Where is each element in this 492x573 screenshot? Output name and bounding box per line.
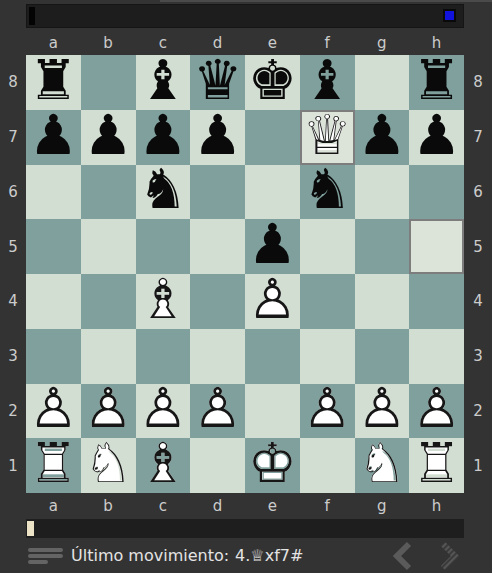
square-b5[interactable] xyxy=(81,219,136,274)
file-label-g: g xyxy=(355,493,410,518)
square-f3[interactable] xyxy=(300,329,355,384)
black-bishop[interactable]: ♝ xyxy=(136,53,191,108)
chevron-left-icon xyxy=(390,541,416,571)
rank-label-8: 8 xyxy=(464,55,492,110)
square-g2[interactable]: ♟♙ xyxy=(355,384,410,439)
rank-label-2: 2 xyxy=(464,384,492,439)
square-f6[interactable]: ♞ xyxy=(300,165,355,220)
square-g7[interactable]: ♟ xyxy=(355,110,410,165)
white-king[interactable]: ♚♔ xyxy=(245,436,300,491)
square-a4[interactable] xyxy=(26,274,81,329)
square-e2[interactable] xyxy=(245,384,300,439)
previous-move-button[interactable] xyxy=(388,541,418,571)
scrollbar-thumb[interactable] xyxy=(29,7,35,25)
rank-label-5: 5 xyxy=(0,219,26,274)
piece-glyph: ♞ xyxy=(300,163,355,218)
square-c5[interactable] xyxy=(136,219,191,274)
piece-outline-glyph: ♕ xyxy=(300,108,355,163)
square-a7[interactable]: ♟ xyxy=(26,110,81,165)
file-label-b: b xyxy=(81,493,136,518)
square-c8[interactable]: ♝ xyxy=(136,55,191,110)
menu-icon[interactable] xyxy=(28,548,64,566)
rank-label-7: 7 xyxy=(464,110,492,165)
square-d5[interactable] xyxy=(190,219,245,274)
rank-label-3: 3 xyxy=(464,329,492,384)
rank-label-4: 4 xyxy=(464,274,492,329)
white-pawn[interactable]: ♟♙ xyxy=(26,382,81,437)
white-queen[interactable]: ♛♕ xyxy=(300,108,355,163)
next-move-button[interactable] xyxy=(434,541,464,571)
square-d7[interactable]: ♟ xyxy=(190,110,245,165)
piece-outline-glyph: ♙ xyxy=(300,382,355,437)
square-b2[interactable]: ♟♙ xyxy=(81,384,136,439)
piece-glyph: ♞ xyxy=(136,163,191,218)
square-g6[interactable] xyxy=(355,165,410,220)
file-label-g: g xyxy=(355,30,410,55)
black-pawn[interactable]: ♟ xyxy=(190,108,245,163)
piece-outline-glyph: ♙ xyxy=(26,382,81,437)
file-label-e: e xyxy=(245,493,300,518)
chess-board[interactable]: ♜♝♛♚♝♜♟♟♟♟♛♕♟♟♞♞♟♝♗♟♙♟♙♟♙♟♙♟♙♟♙♟♙♟♙♜♖♞♘♝… xyxy=(26,55,464,493)
square-f7[interactable]: ♛♕ xyxy=(300,110,355,165)
square-h4[interactable] xyxy=(409,274,464,329)
square-h3[interactable] xyxy=(409,329,464,384)
white-rook[interactable]: ♜♖ xyxy=(409,436,464,491)
black-pawn[interactable]: ♟ xyxy=(26,108,81,163)
black-knight[interactable]: ♞ xyxy=(300,163,355,218)
square-a6[interactable] xyxy=(26,165,81,220)
black-rook[interactable]: ♜ xyxy=(409,53,464,108)
square-b1[interactable]: ♞♘ xyxy=(81,438,136,493)
piece-outline-glyph: ♖ xyxy=(26,436,81,491)
rank-label-8: 8 xyxy=(0,55,26,110)
piece-outline-glyph: ♙ xyxy=(245,272,300,327)
piece-glyph: ♚ xyxy=(245,53,300,108)
rank-label-4: 4 xyxy=(0,274,26,329)
white-bishop[interactable]: ♝♗ xyxy=(136,272,191,327)
square-f5[interactable] xyxy=(300,219,355,274)
white-pawn[interactable]: ♟♙ xyxy=(409,382,464,437)
game-progress-thumb[interactable] xyxy=(27,521,34,536)
piece-outline-glyph: ♗ xyxy=(136,272,191,327)
square-a1[interactable]: ♜♖ xyxy=(26,438,81,493)
piece-outline-glyph: ♙ xyxy=(190,382,245,437)
square-b3[interactable] xyxy=(81,329,136,384)
rank-label-1: 1 xyxy=(0,438,26,493)
square-g1[interactable]: ♞♘ xyxy=(355,438,410,493)
square-c6[interactable]: ♞ xyxy=(136,165,191,220)
piece-glyph: ♟ xyxy=(190,108,245,163)
square-a2[interactable]: ♟♙ xyxy=(26,384,81,439)
black-pawn[interactable]: ♟ xyxy=(136,108,191,163)
square-d4[interactable] xyxy=(190,274,245,329)
square-b4[interactable] xyxy=(81,274,136,329)
square-c2[interactable]: ♟♙ xyxy=(136,384,191,439)
square-f4[interactable] xyxy=(300,274,355,329)
rank-label-1: 1 xyxy=(464,438,492,493)
white-rook[interactable]: ♜♖ xyxy=(26,436,81,491)
square-e7[interactable] xyxy=(245,110,300,165)
piece-glyph: ♜ xyxy=(26,53,81,108)
footer-bar: Último movimiento: 4.♕xf7# xyxy=(0,538,492,573)
square-g4[interactable] xyxy=(355,274,410,329)
black-pawn[interactable]: ♟ xyxy=(355,108,410,163)
rank-label-6: 6 xyxy=(464,165,492,220)
chevron-right-icon xyxy=(436,541,462,571)
rank-label-7: 7 xyxy=(0,110,26,165)
black-pawn[interactable]: ♟ xyxy=(409,108,464,163)
piece-outline-glyph: ♘ xyxy=(81,436,136,491)
square-g5[interactable] xyxy=(355,219,410,274)
move-list-scrollbar[interactable] xyxy=(26,4,464,28)
piece-glyph: ♟ xyxy=(245,217,300,272)
white-pawn[interactable]: ♟♙ xyxy=(300,382,355,437)
square-b8[interactable] xyxy=(81,55,136,110)
piece-outline-glyph: ♙ xyxy=(409,382,464,437)
square-h1[interactable]: ♜♖ xyxy=(409,438,464,493)
rank-label-5: 5 xyxy=(464,219,492,274)
black-pawn[interactable]: ♟ xyxy=(245,217,300,272)
square-e5[interactable]: ♟ xyxy=(245,219,300,274)
file-label-d: d xyxy=(190,493,245,518)
square-a5[interactable] xyxy=(26,219,81,274)
square-h6[interactable] xyxy=(409,165,464,220)
square-e4[interactable]: ♟♙ xyxy=(245,274,300,329)
piece-outline-glyph: ♖ xyxy=(409,436,464,491)
square-h8[interactable]: ♜ xyxy=(409,55,464,110)
piece-glyph: ♜ xyxy=(409,53,464,108)
square-c4[interactable]: ♝♗ xyxy=(136,274,191,329)
square-e6[interactable] xyxy=(245,165,300,220)
piece-glyph: ♟ xyxy=(355,108,410,163)
piece-outline-glyph: ♙ xyxy=(81,382,136,437)
black-queen[interactable]: ♛ xyxy=(190,53,245,108)
black-king[interactable]: ♚ xyxy=(245,53,300,108)
piece-glyph: ♟ xyxy=(26,108,81,163)
piece-glyph: ♝ xyxy=(300,53,355,108)
rank-label-6: 6 xyxy=(0,165,26,220)
square-a3[interactable] xyxy=(26,329,81,384)
square-c7[interactable]: ♟ xyxy=(136,110,191,165)
rank-label-3: 3 xyxy=(0,329,26,384)
square-e1[interactable]: ♚♔ xyxy=(245,438,300,493)
square-d2[interactable]: ♟♙ xyxy=(190,384,245,439)
file-label-a: a xyxy=(26,493,81,518)
last-move-value: 4.♕xf7# xyxy=(235,546,303,565)
square-d6[interactable] xyxy=(190,165,245,220)
white-pawn[interactable]: ♟♙ xyxy=(81,382,136,437)
square-g3[interactable] xyxy=(355,329,410,384)
square-d1[interactable] xyxy=(190,438,245,493)
black-pawn[interactable]: ♟ xyxy=(81,108,136,163)
piece-outline-glyph: ♙ xyxy=(136,382,191,437)
square-f8[interactable]: ♝ xyxy=(300,55,355,110)
window-top-edge xyxy=(160,0,492,2)
white-pawn[interactable]: ♟♙ xyxy=(245,272,300,327)
piece-outline-glyph: ♔ xyxy=(245,436,300,491)
black-knight[interactable]: ♞ xyxy=(136,163,191,218)
blue-position-indicator xyxy=(443,9,456,22)
square-a8[interactable]: ♜ xyxy=(26,55,81,110)
white-knight[interactable]: ♞♘ xyxy=(81,436,136,491)
piece-glyph: ♟ xyxy=(136,108,191,163)
piece-glyph: ♛ xyxy=(190,53,245,108)
file-labels-top: abcdefgh xyxy=(26,30,464,55)
file-label-h: h xyxy=(409,493,464,518)
square-h7[interactable]: ♟ xyxy=(409,110,464,165)
square-f1[interactable] xyxy=(300,438,355,493)
black-rook[interactable]: ♜ xyxy=(26,53,81,108)
file-labels-bottom: abcdefgh xyxy=(26,493,464,518)
file-label-c: c xyxy=(136,493,191,518)
last-move-label: Último movimiento: xyxy=(71,546,229,565)
white-bishop[interactable]: ♝♗ xyxy=(136,436,191,491)
square-c1[interactable]: ♝♗ xyxy=(136,438,191,493)
piece-outline-glyph: ♘ xyxy=(355,436,410,491)
piece-glyph: ♟ xyxy=(81,108,136,163)
rank-label-2: 2 xyxy=(0,384,26,439)
rank-labels-right: 87654321 xyxy=(464,55,492,493)
square-h5[interactable] xyxy=(409,219,464,274)
game-progress-bar[interactable] xyxy=(26,519,464,538)
white-pawn[interactable]: ♟♙ xyxy=(355,382,410,437)
rank-labels-left: 87654321 xyxy=(0,55,26,493)
square-b6[interactable] xyxy=(81,165,136,220)
last-move-text: Último movimiento: 4.♕xf7# xyxy=(71,538,303,573)
white-knight[interactable]: ♞♘ xyxy=(355,436,410,491)
chess-app-window: abcdefgh 87654321 ♜♝♛♚♝♜♟♟♟♟♛♕♟♟♞♞♟♝♗♟♙♟… xyxy=(0,0,492,573)
square-c3[interactable] xyxy=(136,329,191,384)
square-g8[interactable] xyxy=(355,55,410,110)
square-d8[interactable]: ♛ xyxy=(190,55,245,110)
piece-outline-glyph: ♙ xyxy=(355,382,410,437)
white-pawn[interactable]: ♟♙ xyxy=(190,382,245,437)
square-b7[interactable]: ♟ xyxy=(81,110,136,165)
black-bishop[interactable]: ♝ xyxy=(300,53,355,108)
white-pawn[interactable]: ♟♙ xyxy=(136,382,191,437)
square-e3[interactable] xyxy=(245,329,300,384)
square-f2[interactable]: ♟♙ xyxy=(300,384,355,439)
piece-glyph: ♝ xyxy=(136,53,191,108)
piece-outline-glyph: ♗ xyxy=(136,436,191,491)
piece-glyph: ♟ xyxy=(409,108,464,163)
file-label-f: f xyxy=(300,493,355,518)
file-label-b: b xyxy=(81,30,136,55)
square-h2[interactable]: ♟♙ xyxy=(409,384,464,439)
square-d3[interactable] xyxy=(190,329,245,384)
square-e8[interactable]: ♚ xyxy=(245,55,300,110)
